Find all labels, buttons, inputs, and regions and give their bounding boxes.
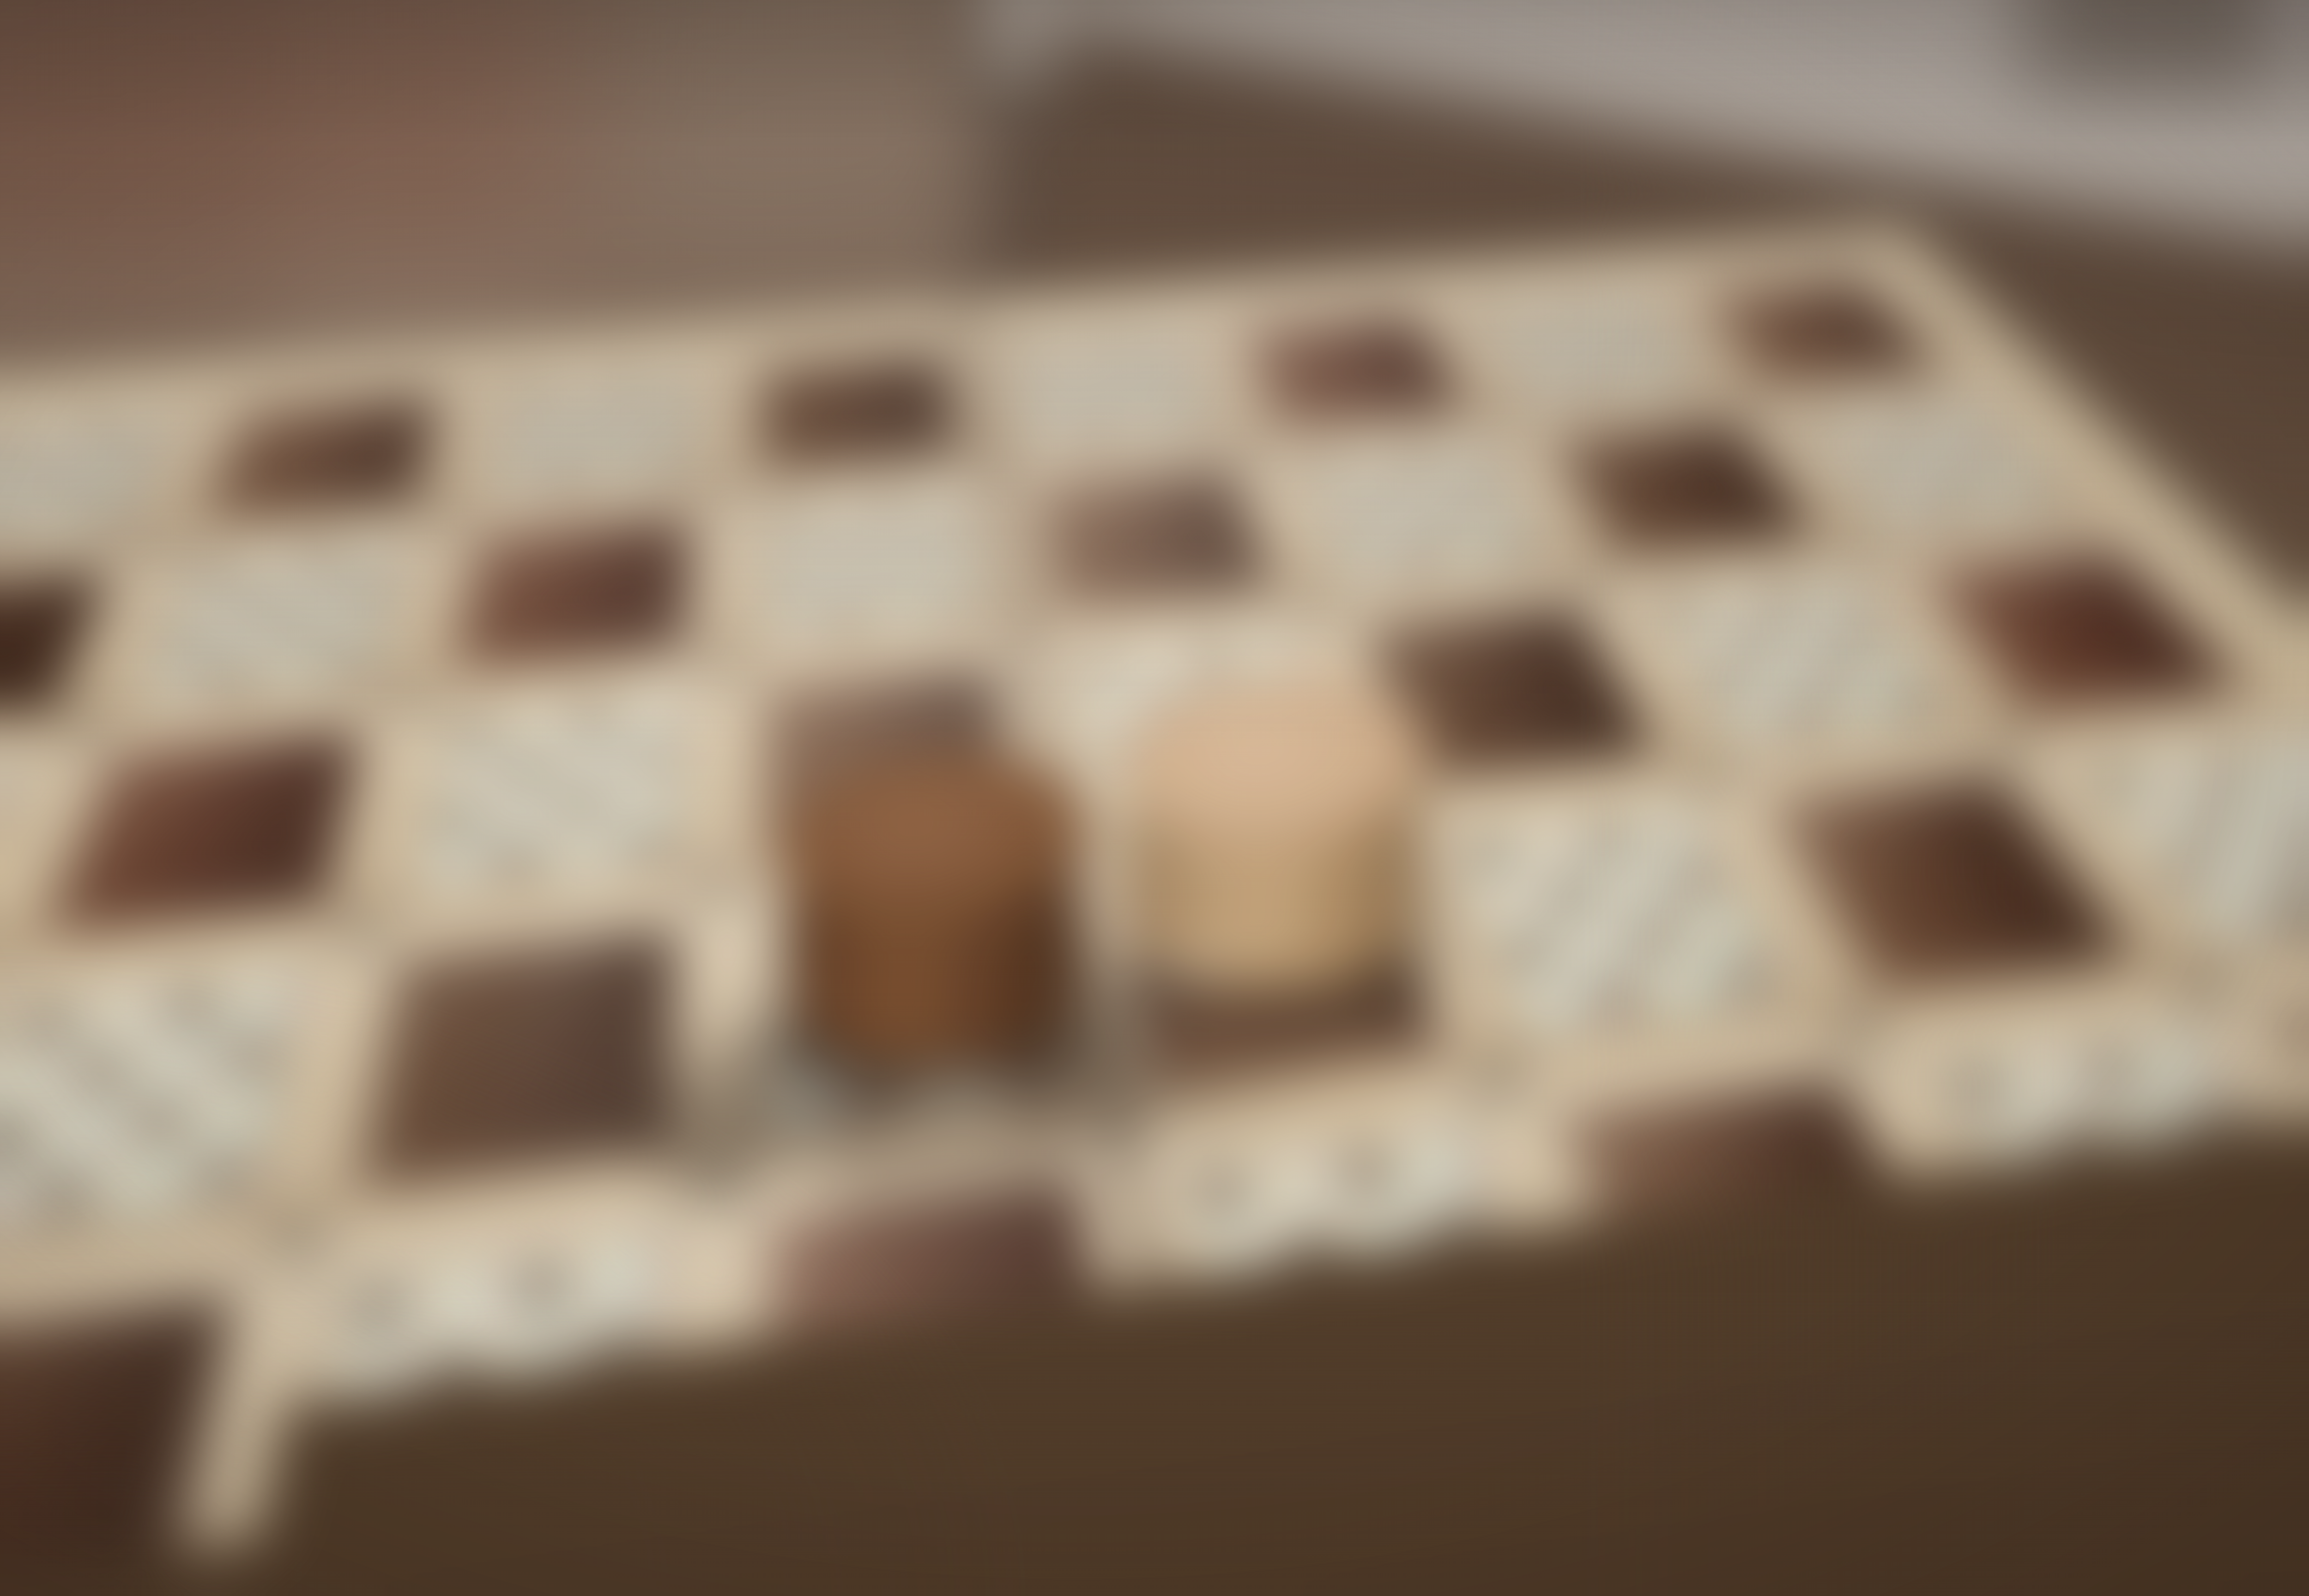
piece-gloss-reflection	[831, 1048, 1071, 1344]
dark-piece-on-d5[interactable]	[778, 753, 1088, 1063]
piece-gloss-reflection	[1173, 984, 1404, 1242]
photo-stage	[0, 0, 2309, 1596]
pieces-layer	[0, 0, 2309, 1596]
light-piece-on-e5[interactable]	[1118, 675, 1430, 987]
